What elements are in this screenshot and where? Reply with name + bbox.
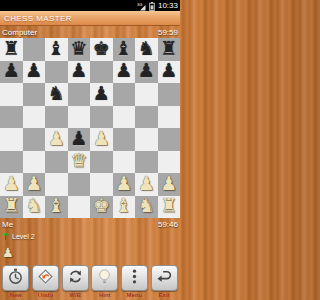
player-name: Me (2, 220, 13, 229)
exit-button-label: Exit (159, 292, 170, 298)
black-king-piece: ♚ (93, 39, 110, 58)
square-d5[interactable] (68, 106, 91, 129)
square-a5[interactable] (0, 106, 23, 129)
white-king-piece: ♚ (93, 196, 110, 215)
square-b8[interactable] (23, 38, 46, 61)
square-h4[interactable] (158, 128, 181, 151)
white-bishop-piece: ♝ (48, 196, 65, 215)
square-g7[interactable]: ♟ (135, 61, 158, 84)
black-bishop-piece: ♝ (48, 39, 65, 58)
square-c2[interactable] (45, 173, 68, 196)
square-d6[interactable] (68, 83, 91, 106)
square-g4[interactable] (135, 128, 158, 151)
new-button[interactable] (2, 265, 29, 291)
black-pawn-piece: ♟ (70, 129, 87, 148)
square-a4[interactable] (0, 128, 23, 151)
square-f4[interactable] (113, 128, 136, 151)
square-g5[interactable] (135, 106, 158, 129)
square-g2[interactable]: ♟ (135, 173, 158, 196)
square-d1[interactable] (68, 196, 91, 219)
opponent-clock: 59:59 (158, 28, 178, 37)
undo-button-label: Undo (38, 292, 53, 298)
square-f3[interactable] (113, 151, 136, 174)
square-b1[interactable]: ♞ (23, 196, 46, 219)
white-rook-piece: ♜ (3, 196, 20, 215)
white-knight-piece: ♞ (25, 196, 42, 215)
square-a6[interactable] (0, 83, 23, 106)
square-b3[interactable] (23, 151, 46, 174)
white-knight-piece: ♞ (138, 196, 155, 215)
battery-icon (149, 0, 155, 15)
white-pawn-piece: ♟ (160, 174, 177, 193)
white-pawn-piece: ♟ (48, 129, 65, 148)
white-queen-piece: ♛ (70, 151, 87, 170)
square-b5[interactable] (23, 106, 46, 129)
square-a2[interactable]: ♟ (0, 173, 23, 196)
white-pawn-piece: ♟ (138, 174, 155, 193)
square-d8[interactable]: ♛ (68, 38, 91, 61)
undo-button[interactable] (32, 265, 59, 291)
square-d4[interactable]: ♟ (68, 128, 91, 151)
chess-board: ♜♝♛♚♝♞♜♟♟♟♟♟♟♞♟♟♟♟♛♟♟♟♟♟♜♞♝♚♝♞♜ (0, 38, 180, 218)
white-rook-piece: ♜ (160, 196, 177, 215)
square-a7[interactable]: ♟ (0, 61, 23, 84)
level-sprout-icon (2, 232, 9, 241)
black-knight-piece: ♞ (138, 39, 155, 58)
black-pawn-piece: ♟ (3, 61, 20, 80)
square-h3[interactable] (158, 151, 181, 174)
black-pawn-piece: ♟ (115, 61, 132, 80)
square-h1[interactable]: ♜ (158, 196, 181, 219)
black-pawn-piece: ♟ (25, 61, 42, 80)
menu-button-label: Menu (127, 292, 143, 298)
square-c4[interactable]: ♟ (45, 128, 68, 151)
black-bishop-piece: ♝ (115, 39, 132, 58)
captured-tray: ♟ (0, 242, 180, 262)
square-f8[interactable]: ♝ (113, 38, 136, 61)
black-pawn-piece: ♟ (70, 61, 87, 80)
square-a8[interactable]: ♜ (0, 38, 23, 61)
black-rook-piece: ♜ (3, 39, 20, 58)
square-c7[interactable] (45, 61, 68, 84)
square-e3[interactable] (90, 151, 113, 174)
square-f2[interactable]: ♟ (113, 173, 136, 196)
square-f7[interactable]: ♟ (113, 61, 136, 84)
square-e8[interactable]: ♚ (90, 38, 113, 61)
square-a1[interactable]: ♜ (0, 196, 23, 219)
square-h5[interactable] (158, 106, 181, 129)
square-h2[interactable]: ♟ (158, 173, 181, 196)
wb-button-label: W/B (69, 292, 81, 298)
square-c8[interactable]: ♝ (45, 38, 68, 61)
square-f5[interactable] (113, 106, 136, 129)
black-knight-piece: ♞ (48, 84, 65, 103)
exit-button[interactable] (151, 265, 178, 291)
level-row[interactable]: Level 2 (0, 230, 180, 242)
square-e5[interactable] (90, 106, 113, 129)
square-g6[interactable] (135, 83, 158, 106)
square-f6[interactable] (113, 83, 136, 106)
square-c5[interactable] (45, 106, 68, 129)
undo-diamond-icon (37, 268, 54, 289)
white-pawn-piece: ♟ (93, 129, 110, 148)
square-f1[interactable]: ♝ (113, 196, 136, 219)
square-g1[interactable]: ♞ (135, 196, 158, 219)
white-pawn-piece: ♟ (25, 174, 42, 193)
level-label: Level 2 (12, 233, 35, 240)
square-e6[interactable]: ♟ (90, 83, 113, 106)
wb-button[interactable] (62, 265, 89, 291)
menu-dots-icon (126, 268, 143, 289)
opponent-name: Computer (2, 28, 37, 37)
square-c6[interactable]: ♞ (45, 83, 68, 106)
hint-bulb-icon (96, 268, 113, 289)
player-bar: Me 59:46 (0, 218, 180, 230)
player-clock: 59:46 (158, 220, 178, 229)
black-queen-piece: ♛ (70, 39, 87, 58)
square-b7[interactable]: ♟ (23, 61, 46, 84)
square-h6[interactable] (158, 83, 181, 106)
hint-button-label: Hint (99, 292, 111, 298)
white-bishop-piece: ♝ (115, 196, 132, 215)
app-title: CHESS MASTER (4, 14, 72, 23)
black-pawn-piece: ♟ (138, 61, 155, 80)
exit-arrow-icon (156, 268, 173, 289)
square-h8[interactable]: ♜ (158, 38, 181, 61)
white-pawn-piece: ♟ (115, 174, 132, 193)
square-b4[interactable] (23, 128, 46, 151)
square-e2[interactable] (90, 173, 113, 196)
bottom-toolbar: New Undo W/B (0, 262, 180, 300)
square-d2[interactable] (68, 173, 91, 196)
opponent-bar: Computer 59:59 (0, 26, 180, 38)
menu-button[interactable] (121, 265, 148, 291)
square-e4[interactable]: ♟ (90, 128, 113, 151)
swap-sides-icon (67, 268, 84, 289)
black-rook-piece: ♜ (160, 39, 177, 58)
new-button-label: New (10, 292, 22, 298)
svg-text:3G: 3G (137, 2, 142, 7)
square-d7[interactable]: ♟ (68, 61, 91, 84)
square-a3[interactable] (0, 151, 23, 174)
status-bar: 3G 10:33 (0, 0, 180, 11)
square-e7[interactable] (90, 61, 113, 84)
square-b6[interactable] (23, 83, 46, 106)
square-g8[interactable]: ♞ (135, 38, 158, 61)
square-g3[interactable] (135, 151, 158, 174)
square-c1[interactable]: ♝ (45, 196, 68, 219)
square-d3[interactable]: ♛ (68, 151, 91, 174)
hint-button[interactable] (91, 265, 118, 291)
captured-white-pawn-icon: ♟ (2, 246, 14, 259)
black-pawn-piece: ♟ (93, 84, 110, 103)
white-pawn-piece: ♟ (3, 174, 20, 193)
square-c3[interactable] (45, 151, 68, 174)
black-pawn-piece: ♟ (160, 61, 177, 80)
square-b2[interactable]: ♟ (23, 173, 46, 196)
stopwatch-icon (7, 268, 24, 289)
square-e1[interactable]: ♚ (90, 196, 113, 219)
signal-3g-icon: 3G (137, 0, 146, 15)
square-h7[interactable]: ♟ (158, 61, 181, 84)
status-clock: 10:33 (158, 0, 178, 11)
